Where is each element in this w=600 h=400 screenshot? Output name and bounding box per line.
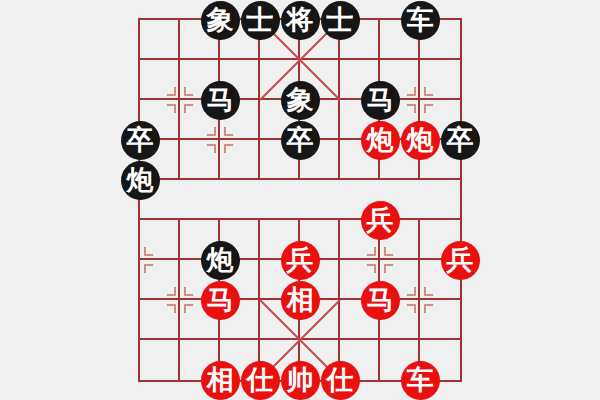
piece-black-advisor[interactable]: 士	[321, 1, 360, 40]
piece-red-soldier[interactable]: 兵	[361, 201, 400, 240]
piece-black-advisor[interactable]: 士	[241, 1, 280, 40]
piece-black-chariot[interactable]: 车	[401, 1, 440, 40]
piece-black-horse[interactable]: 马	[361, 81, 400, 120]
xiangqi-board: 象士将士车马象马卒卒炮炮卒炮兵炮兵兵马相马相仕帅仕车	[0, 0, 600, 400]
piece-black-soldier[interactable]: 卒	[281, 121, 320, 160]
piece-red-soldier[interactable]: 兵	[441, 241, 480, 280]
piece-red-horse[interactable]: 马	[361, 281, 400, 320]
piece-black-general[interactable]: 将	[281, 1, 320, 40]
piece-red-general[interactable]: 帅	[281, 361, 320, 400]
piece-red-horse[interactable]: 马	[201, 281, 240, 320]
piece-black-cannon[interactable]: 炮	[201, 241, 240, 280]
piece-black-elephant[interactable]: 象	[201, 1, 240, 40]
piece-red-elephant[interactable]: 相	[281, 281, 320, 320]
piece-red-advisor[interactable]: 仕	[241, 361, 280, 400]
piece-red-elephant[interactable]: 相	[201, 361, 240, 400]
piece-black-elephant[interactable]: 象	[281, 81, 320, 120]
piece-red-cannon[interactable]: 炮	[361, 121, 400, 160]
piece-black-horse[interactable]: 马	[201, 81, 240, 120]
piece-red-soldier[interactable]: 兵	[281, 241, 320, 280]
piece-black-soldier[interactable]: 卒	[121, 121, 160, 160]
piece-black-cannon[interactable]: 炮	[121, 161, 160, 200]
piece-black-soldier[interactable]: 卒	[441, 121, 480, 160]
piece-red-chariot[interactable]: 车	[401, 361, 440, 400]
piece-red-cannon[interactable]: 炮	[401, 121, 440, 160]
pieces-layer: 象士将士车马象马卒卒炮炮卒炮兵炮兵兵马相马相仕帅仕车	[120, 0, 480, 400]
piece-red-advisor[interactable]: 仕	[321, 361, 360, 400]
